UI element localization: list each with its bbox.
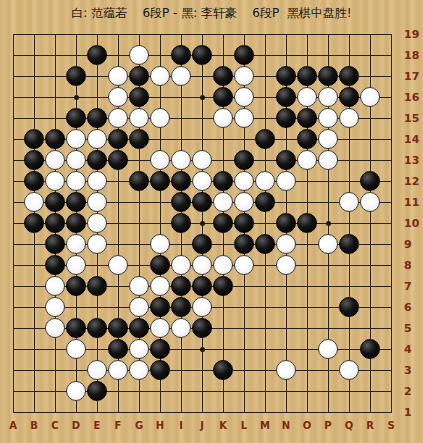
white-stone-L8 (234, 255, 254, 275)
white-stone-I13 (171, 150, 191, 170)
white-stone-F15 (108, 108, 128, 128)
black-stone-G12 (129, 171, 149, 191)
black-stone-L10 (234, 213, 254, 233)
black-stone-O15 (297, 108, 317, 128)
go-game-screen: 白: 范蕴若 6段P - 黑: 李轩豪 6段P 黑棋中盘胜! ABCDEFGHI… (0, 0, 423, 443)
white-stone-L11 (234, 192, 254, 212)
white-stone-C5 (45, 318, 65, 338)
black-stone-C10 (45, 213, 65, 233)
black-stone-D15 (66, 108, 86, 128)
row-label-10: 10 (404, 213, 423, 234)
white-stone-D13 (66, 150, 86, 170)
white-stone-H13 (150, 150, 170, 170)
white-stone-D4 (66, 339, 86, 359)
black-stone-R4 (360, 339, 380, 359)
row-label-11: 11 (404, 192, 423, 213)
white-stone-J8 (192, 255, 212, 275)
black-stone-J11 (192, 192, 212, 212)
black-stone-K12 (213, 171, 233, 191)
white-stone-F3 (108, 360, 128, 380)
black-stone-M11 (255, 192, 275, 212)
row-label-2: 2 (404, 381, 423, 402)
white-stone-R16 (360, 87, 380, 107)
column-label-H: H (150, 420, 171, 434)
white-stone-D14 (66, 129, 86, 149)
row-label-3: 3 (404, 360, 423, 381)
white-stone-E9 (87, 234, 107, 254)
black-stone-G5 (129, 318, 149, 338)
black-stone-K17 (213, 66, 233, 86)
stones-layer (3, 24, 402, 423)
row-label-9: 9 (404, 234, 423, 255)
black-stone-C9 (45, 234, 65, 254)
black-stone-H4 (150, 339, 170, 359)
row-label-12: 12 (404, 171, 423, 192)
row-label-17: 17 (404, 66, 423, 87)
white-stone-H17 (150, 66, 170, 86)
black-stone-O10 (297, 213, 317, 233)
black-stone-I12 (171, 171, 191, 191)
row-label-19: 19 (404, 24, 423, 45)
column-label-F: F (108, 420, 129, 434)
white-stone-L15 (234, 108, 254, 128)
black-stone-J18 (192, 45, 212, 65)
black-stone-E2 (87, 381, 107, 401)
white-stone-N9 (276, 234, 296, 254)
column-label-J: J (192, 420, 213, 434)
black-stone-D7 (66, 276, 86, 296)
black-stone-K10 (213, 213, 233, 233)
white-stone-F17 (108, 66, 128, 86)
white-stone-P16 (318, 87, 338, 107)
black-stone-O14 (297, 129, 317, 149)
white-stone-G4 (129, 339, 149, 359)
black-stone-M9 (255, 234, 275, 254)
black-stone-G16 (129, 87, 149, 107)
black-stone-G14 (129, 129, 149, 149)
row-label-1: 1 (404, 402, 423, 423)
row-label-5: 5 (404, 318, 423, 339)
black-stone-F14 (108, 129, 128, 149)
white-stone-G18 (129, 45, 149, 65)
column-label-S: S (381, 420, 402, 434)
white-stone-J13 (192, 150, 212, 170)
column-label-N: N (276, 420, 297, 434)
black-stone-B14 (24, 129, 44, 149)
white-stone-J12 (192, 171, 212, 191)
white-stone-E10 (87, 213, 107, 233)
column-label-K: K (213, 420, 234, 434)
black-stone-I7 (171, 276, 191, 296)
white-stone-N3 (276, 360, 296, 380)
white-stone-H7 (150, 276, 170, 296)
white-stone-F16 (108, 87, 128, 107)
white-stone-G7 (129, 276, 149, 296)
row-label-6: 6 (404, 297, 423, 318)
column-label-A: A (3, 420, 24, 434)
white-stone-C12 (45, 171, 65, 191)
black-stone-E7 (87, 276, 107, 296)
black-stone-B13 (24, 150, 44, 170)
row-label-14: 14 (404, 129, 423, 150)
column-label-B: B (24, 420, 45, 434)
column-label-E: E (87, 420, 108, 434)
white-stone-D9 (66, 234, 86, 254)
black-stone-D11 (66, 192, 86, 212)
column-label-P: P (318, 420, 339, 434)
black-stone-H12 (150, 171, 170, 191)
white-stone-L12 (234, 171, 254, 191)
white-stone-N8 (276, 255, 296, 275)
white-stone-O16 (297, 87, 317, 107)
black-stone-N13 (276, 150, 296, 170)
column-label-G: G (129, 420, 150, 434)
black-stone-E15 (87, 108, 107, 128)
white-stone-G6 (129, 297, 149, 317)
black-stone-Q17 (339, 66, 359, 86)
row-label-18: 18 (404, 45, 423, 66)
white-stone-E11 (87, 192, 107, 212)
white-stone-Q15 (339, 108, 359, 128)
black-stone-B12 (24, 171, 44, 191)
column-labels: ABCDEFGHIJKLMNOPQRS (3, 420, 402, 434)
black-stone-D17 (66, 66, 86, 86)
black-stone-J5 (192, 318, 212, 338)
black-stone-C14 (45, 129, 65, 149)
column-label-R: R (360, 420, 381, 434)
column-label-C: C (45, 420, 66, 434)
row-label-16: 16 (404, 87, 423, 108)
white-stone-P9 (318, 234, 338, 254)
white-stone-G15 (129, 108, 149, 128)
black-stone-E18 (87, 45, 107, 65)
black-stone-M14 (255, 129, 275, 149)
white-stone-L17 (234, 66, 254, 86)
white-stone-C6 (45, 297, 65, 317)
black-stone-H3 (150, 360, 170, 380)
white-stone-K15 (213, 108, 233, 128)
black-stone-N15 (276, 108, 296, 128)
black-stone-N17 (276, 66, 296, 86)
white-stone-H5 (150, 318, 170, 338)
white-stone-P14 (318, 129, 338, 149)
column-label-Q: Q (339, 420, 360, 434)
white-stone-J6 (192, 297, 212, 317)
white-stone-I5 (171, 318, 191, 338)
black-stone-O17 (297, 66, 317, 86)
column-label-D: D (66, 420, 87, 434)
game-info-header: 白: 范蕴若 6段P - 黑: 李轩豪 6段P 黑棋中盘胜! (0, 5, 423, 21)
black-stone-J9 (192, 234, 212, 254)
black-stone-K3 (213, 360, 233, 380)
black-stone-H8 (150, 255, 170, 275)
black-stone-E13 (87, 150, 107, 170)
white-stone-D2 (66, 381, 86, 401)
white-stone-L16 (234, 87, 254, 107)
white-stone-B11 (24, 192, 44, 212)
black-stone-L18 (234, 45, 254, 65)
white-stone-C7 (45, 276, 65, 296)
white-stone-K11 (213, 192, 233, 212)
white-stone-H15 (150, 108, 170, 128)
white-stone-E3 (87, 360, 107, 380)
black-stone-Q9 (339, 234, 359, 254)
black-stone-B10 (24, 213, 44, 233)
white-stone-C13 (45, 150, 65, 170)
white-stone-D12 (66, 171, 86, 191)
row-label-15: 15 (404, 108, 423, 129)
white-stone-R11 (360, 192, 380, 212)
white-stone-F8 (108, 255, 128, 275)
white-stone-P13 (318, 150, 338, 170)
column-label-I: I (171, 420, 192, 434)
white-stone-P4 (318, 339, 338, 359)
black-stone-G17 (129, 66, 149, 86)
black-stone-P17 (318, 66, 338, 86)
black-stone-L13 (234, 150, 254, 170)
black-stone-N16 (276, 87, 296, 107)
black-stone-C11 (45, 192, 65, 212)
white-stone-Q3 (339, 360, 359, 380)
black-stone-L9 (234, 234, 254, 254)
white-stone-K8 (213, 255, 233, 275)
black-stone-F13 (108, 150, 128, 170)
black-stone-K16 (213, 87, 233, 107)
black-stone-I11 (171, 192, 191, 212)
black-stone-I18 (171, 45, 191, 65)
black-stone-F4 (108, 339, 128, 359)
row-label-8: 8 (404, 255, 423, 276)
black-stone-I10 (171, 213, 191, 233)
white-stone-D8 (66, 255, 86, 275)
white-stone-P15 (318, 108, 338, 128)
white-stone-I8 (171, 255, 191, 275)
black-stone-F5 (108, 318, 128, 338)
white-stone-O13 (297, 150, 317, 170)
column-label-O: O (297, 420, 318, 434)
column-label-L: L (234, 420, 255, 434)
white-stone-Q11 (339, 192, 359, 212)
black-stone-J7 (192, 276, 212, 296)
row-label-7: 7 (404, 276, 423, 297)
black-stone-D10 (66, 213, 86, 233)
white-stone-E14 (87, 129, 107, 149)
black-stone-Q6 (339, 297, 359, 317)
column-label-M: M (255, 420, 276, 434)
white-stone-E12 (87, 171, 107, 191)
white-stone-M12 (255, 171, 275, 191)
black-stone-I6 (171, 297, 191, 317)
white-stone-G3 (129, 360, 149, 380)
white-stone-N12 (276, 171, 296, 191)
row-label-13: 13 (404, 150, 423, 171)
row-label-4: 4 (404, 339, 423, 360)
black-stone-Q16 (339, 87, 359, 107)
row-labels: 19181716151413121110987654321 (404, 24, 423, 423)
black-stone-D5 (66, 318, 86, 338)
black-stone-C8 (45, 255, 65, 275)
black-stone-R12 (360, 171, 380, 191)
white-stone-H9 (150, 234, 170, 254)
black-stone-N10 (276, 213, 296, 233)
black-stone-K7 (213, 276, 233, 296)
black-stone-H6 (150, 297, 170, 317)
black-stone-E5 (87, 318, 107, 338)
white-stone-I17 (171, 66, 191, 86)
